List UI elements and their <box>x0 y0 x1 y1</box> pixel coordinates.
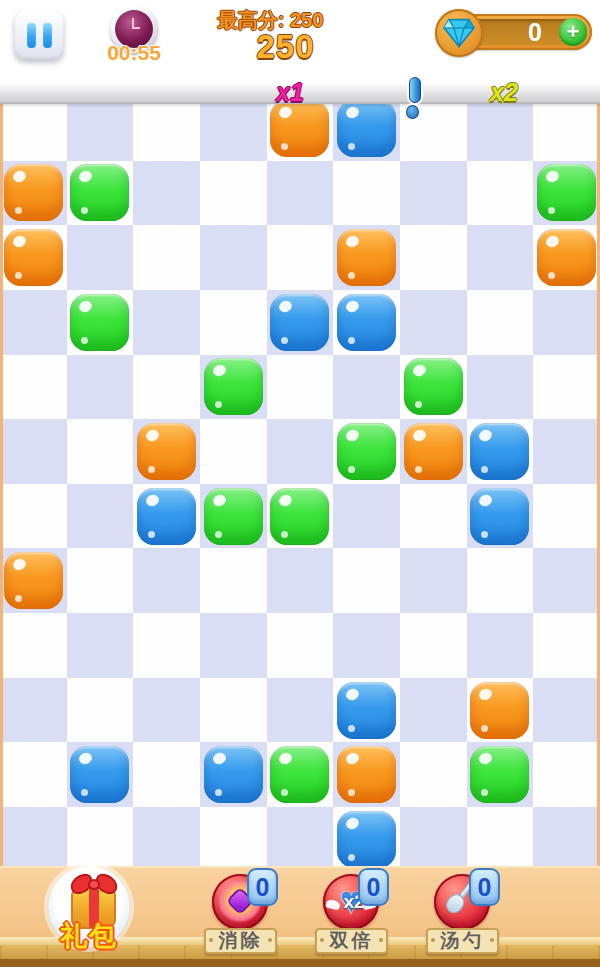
orange-block[interactable] <box>337 229 396 286</box>
board-cell <box>133 678 200 743</box>
powerup-double-button[interactable]: ♥ x2 0 双倍 <box>314 870 390 962</box>
board-cell <box>533 548 600 613</box>
green-block[interactable] <box>470 746 529 803</box>
powerup-eliminate-button[interactable]: 0 消除 <box>203 870 279 962</box>
game-screen: 00:55 最高分: 250 250 0 + <box>0 0 600 967</box>
board-cell <box>533 419 600 484</box>
board-cell <box>200 484 267 549</box>
board-cell <box>0 484 67 549</box>
board-cell <box>133 161 200 226</box>
board-cell <box>533 96 600 161</box>
board-cell <box>67 742 134 807</box>
board-cell <box>67 355 134 420</box>
board-cell <box>0 290 67 355</box>
board-cell <box>267 742 334 807</box>
board-cell <box>200 290 267 355</box>
board-cell <box>133 548 200 613</box>
green-block[interactable] <box>204 488 263 545</box>
blue-block[interactable] <box>70 746 129 803</box>
green-block[interactable] <box>204 358 263 415</box>
board-cell <box>467 419 534 484</box>
board-cell <box>133 613 200 678</box>
board-left-border <box>0 96 3 867</box>
board-cell <box>200 419 267 484</box>
board-cell <box>400 807 467 872</box>
board-cell <box>333 161 400 226</box>
blue-block[interactable] <box>337 100 396 157</box>
board-cell <box>400 290 467 355</box>
bottom-bar: 礼包 0 消除 ♥ x2 0 双倍 <box>0 866 600 967</box>
board-cell <box>533 290 600 355</box>
thermometer-tube <box>409 77 421 103</box>
double-count-badge: 0 <box>358 868 389 906</box>
green-block[interactable] <box>337 423 396 480</box>
board-cell <box>200 355 267 420</box>
board-cell <box>467 484 534 549</box>
orange-block[interactable] <box>4 552 63 609</box>
blue-block[interactable] <box>337 682 396 739</box>
timer-text: 00:55 <box>89 41 179 65</box>
orange-block[interactable] <box>270 100 329 157</box>
orange-block[interactable] <box>4 229 63 286</box>
board-cell <box>533 484 600 549</box>
board-cell <box>533 742 600 807</box>
board-cell <box>400 548 467 613</box>
double-label: 双倍 <box>315 928 388 954</box>
blue-block[interactable] <box>137 488 196 545</box>
board-cell <box>133 742 200 807</box>
board-cell <box>67 96 134 161</box>
gift-bow-knot <box>88 879 100 890</box>
multiplier-bar: x1 x2 <box>0 84 600 104</box>
board-cell <box>0 355 67 420</box>
board-cell <box>200 96 267 161</box>
orange-block[interactable] <box>137 423 196 480</box>
orange-block[interactable] <box>537 229 596 286</box>
green-block[interactable] <box>537 164 596 221</box>
board-cell <box>333 807 400 872</box>
board-cell <box>267 678 334 743</box>
board-cell <box>533 613 600 678</box>
multiplier-x2-label: x2 <box>490 78 518 107</box>
board-cell <box>267 613 334 678</box>
board-cell <box>533 225 600 290</box>
board-cell <box>67 225 134 290</box>
board-cell <box>467 807 534 872</box>
board-cell <box>133 225 200 290</box>
multiplier-x1-label: x1 <box>276 78 304 107</box>
gift-pack-button[interactable]: 礼包 <box>43 865 148 965</box>
board-cell <box>533 678 600 743</box>
board-cell <box>400 678 467 743</box>
board-cell <box>133 419 200 484</box>
board-cell <box>467 225 534 290</box>
board-cell <box>400 484 467 549</box>
board-cell <box>467 290 534 355</box>
board-cell <box>0 225 67 290</box>
board-cell <box>67 290 134 355</box>
green-block[interactable] <box>270 746 329 803</box>
board-cell <box>67 807 134 872</box>
board-cell <box>67 161 134 226</box>
add-gems-button[interactable]: + <box>559 18 587 46</box>
board-cell <box>200 613 267 678</box>
gift-label: 礼包 <box>43 918 135 954</box>
board-cell <box>200 742 267 807</box>
board-cell <box>333 419 400 484</box>
board-cell <box>400 161 467 226</box>
green-block[interactable] <box>70 294 129 351</box>
board-cell <box>267 807 334 872</box>
board-cell <box>200 548 267 613</box>
board-cell <box>0 807 67 872</box>
board-cell <box>467 678 534 743</box>
spoon-count: 0 <box>478 873 492 902</box>
blue-block[interactable] <box>270 294 329 351</box>
green-block[interactable] <box>404 358 463 415</box>
board-cell <box>67 613 134 678</box>
board-cell <box>400 225 467 290</box>
board-cell <box>200 225 267 290</box>
board-cell <box>267 484 334 549</box>
board-cell <box>267 548 334 613</box>
board-cell <box>467 355 534 420</box>
board-cell <box>267 419 334 484</box>
board-cell <box>0 742 67 807</box>
green-block[interactable] <box>70 164 129 221</box>
board-cell <box>467 161 534 226</box>
green-block[interactable] <box>270 488 329 545</box>
board-cell <box>67 484 134 549</box>
thermometer-icon <box>404 77 426 121</box>
board-cell <box>67 548 134 613</box>
board-cell <box>533 161 600 226</box>
board-cell <box>200 678 267 743</box>
board-cell <box>467 742 534 807</box>
spoon-label: 汤勺 <box>426 928 499 954</box>
board-cell <box>333 742 400 807</box>
pause-icon <box>43 22 52 48</box>
board-cell <box>267 355 334 420</box>
board-cell <box>200 161 267 226</box>
board-cell <box>267 225 334 290</box>
gem-count: 0 <box>528 18 542 47</box>
board-cell <box>0 161 67 226</box>
board-cell <box>0 96 67 161</box>
board-cell <box>333 484 400 549</box>
blue-block[interactable] <box>204 746 263 803</box>
orange-block[interactable] <box>470 682 529 739</box>
pause-icon <box>27 22 36 48</box>
orange-block[interactable] <box>337 746 396 803</box>
orange-block[interactable] <box>404 423 463 480</box>
pause-button[interactable] <box>14 10 64 60</box>
board-cell <box>133 290 200 355</box>
spoon-count-badge: 0 <box>469 868 500 906</box>
double-count: 0 <box>367 873 381 902</box>
board-cell <box>333 96 400 161</box>
board-cell <box>333 548 400 613</box>
board-cell <box>267 161 334 226</box>
board-cell <box>0 678 67 743</box>
eliminate-count-badge: 0 <box>247 868 278 906</box>
blue-block[interactable] <box>337 811 396 868</box>
powerup-spoon-button[interactable]: 0 汤勺 <box>425 870 501 962</box>
board-cell <box>400 742 467 807</box>
score-text: 250 <box>223 28 348 66</box>
blue-block[interactable] <box>470 423 529 480</box>
board-cell <box>400 355 467 420</box>
blue-block[interactable] <box>470 488 529 545</box>
diamond-icon <box>435 9 483 57</box>
blue-block[interactable] <box>337 294 396 351</box>
board-cell <box>133 807 200 872</box>
board-cell <box>333 290 400 355</box>
board-cell <box>133 484 200 549</box>
gem-counter: 0 + <box>437 10 592 56</box>
board-cell <box>400 613 467 678</box>
board-cell <box>0 419 67 484</box>
board-cell <box>333 355 400 420</box>
board-cell <box>133 355 200 420</box>
plus-icon: + <box>567 21 580 43</box>
board-cell <box>400 419 467 484</box>
board-cell <box>333 678 400 743</box>
board-cell <box>267 290 334 355</box>
board-cell <box>0 613 67 678</box>
board-cell <box>0 548 67 613</box>
board-cell <box>533 807 600 872</box>
board-cell <box>467 548 534 613</box>
board-cell <box>533 355 600 420</box>
board-cell <box>467 613 534 678</box>
game-board <box>0 96 600 872</box>
orange-block[interactable] <box>4 164 63 221</box>
thermometer-bulb <box>406 105 419 119</box>
board-cell <box>67 678 134 743</box>
board-cell <box>133 96 200 161</box>
board-cell <box>333 225 400 290</box>
eliminate-label: 消除 <box>204 928 277 954</box>
board-cell <box>67 419 134 484</box>
board-cell <box>200 807 267 872</box>
eliminate-count: 0 <box>256 873 270 902</box>
board-cell <box>333 613 400 678</box>
